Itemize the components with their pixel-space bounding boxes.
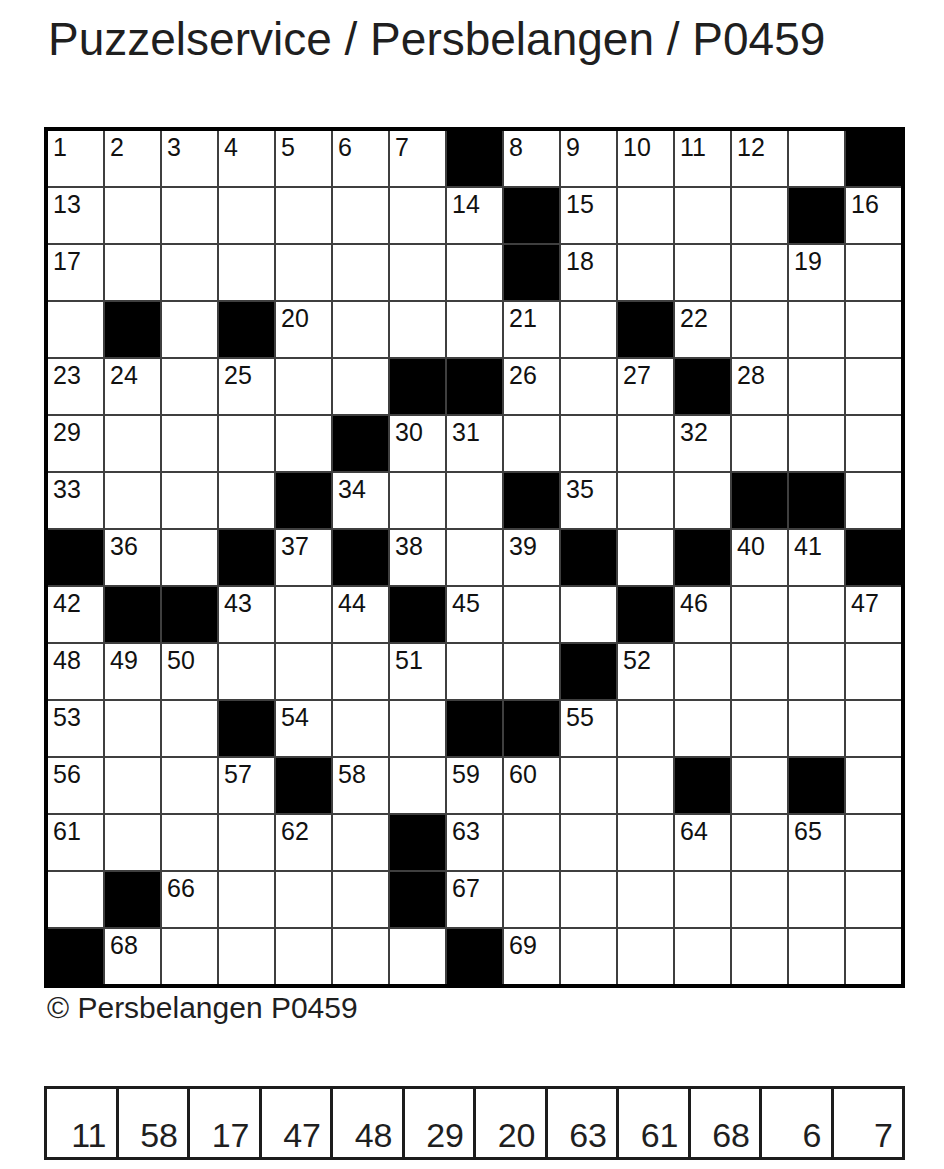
white-cell[interactable]: 33: [48, 473, 103, 528]
white-cell[interactable]: 12: [732, 131, 787, 186]
white-cell[interactable]: [561, 815, 616, 870]
clue-number: 36: [110, 533, 138, 559]
white-cell[interactable]: [846, 644, 901, 699]
white-cell[interactable]: [48, 872, 103, 927]
white-cell[interactable]: [732, 416, 787, 471]
white-cell[interactable]: [732, 929, 787, 984]
white-cell[interactable]: 48: [48, 644, 103, 699]
white-cell[interactable]: 30: [390, 416, 445, 471]
white-cell[interactable]: [618, 872, 673, 927]
white-cell[interactable]: [162, 815, 217, 870]
black-cell: [447, 131, 502, 186]
answer-cell[interactable]: 48: [333, 1089, 402, 1157]
black-cell: [390, 587, 445, 642]
white-cell[interactable]: [276, 359, 331, 414]
white-cell[interactable]: [162, 245, 217, 300]
white-cell[interactable]: 46: [675, 587, 730, 642]
clue-number: 67: [452, 875, 480, 901]
white-cell[interactable]: [504, 815, 559, 870]
white-cell[interactable]: [333, 302, 388, 357]
answer-cell-number: 68: [712, 1118, 750, 1152]
white-cell[interactable]: [447, 473, 502, 528]
clue-number: 32: [680, 419, 708, 445]
white-cell[interactable]: [618, 929, 673, 984]
black-cell: [105, 587, 160, 642]
white-cell[interactable]: 55: [561, 701, 616, 756]
white-cell[interactable]: [846, 473, 901, 528]
black-cell: [48, 929, 103, 984]
white-cell[interactable]: [390, 473, 445, 528]
answer-cell-number: 20: [498, 1118, 536, 1152]
black-cell: [675, 530, 730, 585]
black-cell: [504, 188, 559, 243]
white-cell[interactable]: 23: [48, 359, 103, 414]
black-cell: [675, 758, 730, 813]
clue-number: 25: [224, 362, 252, 388]
answer-cell[interactable]: 58: [119, 1089, 188, 1157]
black-cell: [504, 701, 559, 756]
white-cell[interactable]: 2: [105, 131, 160, 186]
black-cell: [789, 758, 844, 813]
white-cell[interactable]: [618, 416, 673, 471]
white-cell[interactable]: 22: [675, 302, 730, 357]
white-cell[interactable]: 27: [618, 359, 673, 414]
white-cell[interactable]: [789, 929, 844, 984]
white-cell[interactable]: 9: [561, 131, 616, 186]
clue-number: 56: [53, 761, 81, 787]
white-cell[interactable]: 54: [276, 701, 331, 756]
white-cell[interactable]: 37: [276, 530, 331, 585]
clue-number: 21: [509, 305, 537, 331]
white-cell[interactable]: [618, 188, 673, 243]
white-cell[interactable]: [675, 644, 730, 699]
white-cell[interactable]: 41: [789, 530, 844, 585]
black-cell: [333, 416, 388, 471]
black-cell: [561, 644, 616, 699]
clue-number: 1: [53, 134, 67, 160]
clue-number: 37: [281, 533, 309, 559]
white-cell[interactable]: [105, 416, 160, 471]
clue-number: 22: [680, 305, 708, 331]
white-cell[interactable]: 36: [105, 530, 160, 585]
white-cell[interactable]: 61: [48, 815, 103, 870]
white-cell[interactable]: [162, 188, 217, 243]
white-cell[interactable]: [219, 245, 274, 300]
white-cell[interactable]: 59: [447, 758, 502, 813]
white-cell[interactable]: 43: [219, 587, 274, 642]
black-cell: [219, 701, 274, 756]
white-cell[interactable]: 56: [48, 758, 103, 813]
black-cell: [105, 872, 160, 927]
white-cell[interactable]: [219, 872, 274, 927]
white-cell[interactable]: 28: [732, 359, 787, 414]
clue-number: 47: [851, 590, 879, 616]
white-cell[interactable]: [219, 929, 274, 984]
white-cell[interactable]: [447, 644, 502, 699]
white-cell[interactable]: [333, 929, 388, 984]
white-cell[interactable]: [390, 245, 445, 300]
clue-number: 30: [395, 419, 423, 445]
white-cell[interactable]: 1: [48, 131, 103, 186]
white-cell[interactable]: 5: [276, 131, 331, 186]
white-cell[interactable]: 68: [105, 929, 160, 984]
black-cell: [390, 872, 445, 927]
white-cell[interactable]: 38: [390, 530, 445, 585]
white-cell[interactable]: [732, 245, 787, 300]
white-cell[interactable]: 35: [561, 473, 616, 528]
white-cell[interactable]: 40: [732, 530, 787, 585]
white-cell[interactable]: [333, 644, 388, 699]
clue-number: 27: [623, 362, 651, 388]
clue-number: 65: [794, 818, 822, 844]
clue-number: 17: [53, 248, 81, 274]
white-cell[interactable]: [846, 416, 901, 471]
white-cell[interactable]: [276, 587, 331, 642]
white-cell[interactable]: [789, 131, 844, 186]
black-cell: [390, 359, 445, 414]
white-cell[interactable]: [561, 302, 616, 357]
white-cell[interactable]: [162, 473, 217, 528]
black-cell: [504, 245, 559, 300]
white-cell[interactable]: 24: [105, 359, 160, 414]
clue-number: 41: [794, 533, 822, 559]
white-cell[interactable]: [846, 701, 901, 756]
white-cell[interactable]: [390, 302, 445, 357]
white-cell[interactable]: [675, 473, 730, 528]
clue-number: 6: [338, 134, 352, 160]
white-cell[interactable]: 26: [504, 359, 559, 414]
white-cell[interactable]: 18: [561, 245, 616, 300]
black-cell: [390, 815, 445, 870]
white-cell[interactable]: [618, 701, 673, 756]
white-cell[interactable]: [162, 530, 217, 585]
white-cell[interactable]: 45: [447, 587, 502, 642]
black-cell: [276, 758, 331, 813]
answer-cell[interactable]: 47: [262, 1089, 331, 1157]
white-cell[interactable]: [276, 644, 331, 699]
clue-number: 58: [338, 761, 366, 787]
answer-cell[interactable]: 20: [476, 1089, 545, 1157]
white-cell[interactable]: [618, 473, 673, 528]
white-cell[interactable]: [276, 416, 331, 471]
clue-number: 19: [794, 248, 822, 274]
white-cell[interactable]: 51: [390, 644, 445, 699]
white-cell[interactable]: 39: [504, 530, 559, 585]
white-cell[interactable]: [504, 587, 559, 642]
clue-number: 66: [167, 875, 195, 901]
white-cell[interactable]: 49: [105, 644, 160, 699]
white-cell[interactable]: [105, 758, 160, 813]
white-cell[interactable]: [333, 245, 388, 300]
clue-number: 4: [224, 134, 238, 160]
white-cell[interactable]: [48, 302, 103, 357]
clue-number: 39: [509, 533, 537, 559]
answer-cell-number: 11: [71, 1118, 106, 1152]
white-cell[interactable]: [789, 587, 844, 642]
white-cell[interactable]: [390, 929, 445, 984]
black-cell: [618, 302, 673, 357]
white-cell[interactable]: [561, 359, 616, 414]
white-cell[interactable]: [732, 587, 787, 642]
clue-number: 34: [338, 476, 366, 502]
answer-cell[interactable]: 6: [762, 1089, 831, 1157]
clue-number: 2: [110, 134, 124, 160]
white-cell[interactable]: 6: [333, 131, 388, 186]
white-cell[interactable]: 64: [675, 815, 730, 870]
white-cell[interactable]: [219, 644, 274, 699]
clue-number: 45: [452, 590, 480, 616]
clue-number: 24: [110, 362, 138, 388]
white-cell[interactable]: [105, 245, 160, 300]
black-cell: [447, 359, 502, 414]
white-cell[interactable]: [105, 701, 160, 756]
black-cell: [219, 302, 274, 357]
white-cell[interactable]: [732, 302, 787, 357]
clue-number: 38: [395, 533, 423, 559]
white-cell[interactable]: [846, 359, 901, 414]
white-cell[interactable]: [276, 929, 331, 984]
white-cell[interactable]: [732, 758, 787, 813]
white-cell[interactable]: [618, 530, 673, 585]
clue-number: 29: [53, 419, 81, 445]
white-cell[interactable]: 16: [846, 188, 901, 243]
clue-number: 51: [395, 647, 423, 673]
clue-number: 15: [566, 191, 594, 217]
white-cell[interactable]: [504, 416, 559, 471]
white-cell[interactable]: [447, 530, 502, 585]
white-cell[interactable]: 10: [618, 131, 673, 186]
white-cell[interactable]: 67: [447, 872, 502, 927]
white-cell[interactable]: [846, 815, 901, 870]
white-cell[interactable]: [675, 245, 730, 300]
white-cell[interactable]: [333, 188, 388, 243]
white-cell[interactable]: [675, 188, 730, 243]
white-cell[interactable]: 21: [504, 302, 559, 357]
white-cell[interactable]: [219, 473, 274, 528]
clue-number: 33: [53, 476, 81, 502]
clue-number: 50: [167, 647, 195, 673]
white-cell[interactable]: [333, 701, 388, 756]
white-cell[interactable]: [390, 758, 445, 813]
white-cell[interactable]: 34: [333, 473, 388, 528]
white-cell[interactable]: 57: [219, 758, 274, 813]
answer-cell-number: 63: [569, 1118, 607, 1152]
white-cell[interactable]: [846, 872, 901, 927]
white-cell[interactable]: 63: [447, 815, 502, 870]
white-cell[interactable]: [561, 758, 616, 813]
white-cell[interactable]: [732, 644, 787, 699]
clue-number: 43: [224, 590, 252, 616]
white-cell[interactable]: [846, 245, 901, 300]
answer-strip: 1158174748292063616867: [44, 1086, 905, 1160]
clue-number: 9: [566, 134, 580, 160]
black-cell: [447, 701, 502, 756]
white-cell[interactable]: 47: [846, 587, 901, 642]
white-cell[interactable]: 58: [333, 758, 388, 813]
clue-number: 49: [110, 647, 138, 673]
white-cell[interactable]: 60: [504, 758, 559, 813]
white-cell[interactable]: [732, 872, 787, 927]
white-cell[interactable]: [105, 815, 160, 870]
white-cell[interactable]: [333, 872, 388, 927]
white-cell[interactable]: [162, 416, 217, 471]
white-cell[interactable]: [162, 758, 217, 813]
white-cell[interactable]: 13: [48, 188, 103, 243]
answer-cell[interactable]: 11: [47, 1089, 116, 1157]
white-cell[interactable]: [504, 644, 559, 699]
answer-cell-number: 6: [803, 1118, 822, 1152]
clue-number: 7: [395, 134, 409, 160]
black-cell: [789, 188, 844, 243]
white-cell[interactable]: 52: [618, 644, 673, 699]
white-cell[interactable]: [789, 302, 844, 357]
white-cell[interactable]: [504, 872, 559, 927]
clue-number: 60: [509, 761, 537, 787]
black-cell: [48, 530, 103, 585]
white-cell[interactable]: [675, 872, 730, 927]
white-cell[interactable]: [162, 929, 217, 984]
white-cell[interactable]: 65: [789, 815, 844, 870]
white-cell[interactable]: [390, 701, 445, 756]
white-cell[interactable]: [276, 188, 331, 243]
clue-number: 59: [452, 761, 480, 787]
white-cell[interactable]: 7: [390, 131, 445, 186]
copyright-line: © Persbelangen P0459: [47, 991, 358, 1024]
white-cell[interactable]: 25: [219, 359, 274, 414]
black-cell: [276, 473, 331, 528]
white-cell[interactable]: [618, 245, 673, 300]
answer-cell-number: 29: [426, 1118, 464, 1152]
white-cell[interactable]: [333, 359, 388, 414]
white-cell[interactable]: [789, 644, 844, 699]
clue-number: 57: [224, 761, 252, 787]
white-cell[interactable]: [618, 815, 673, 870]
white-cell[interactable]: [561, 587, 616, 642]
answer-cell-number: 58: [140, 1118, 178, 1152]
clue-number: 53: [53, 704, 81, 730]
white-cell[interactable]: 69: [504, 929, 559, 984]
white-cell[interactable]: [789, 359, 844, 414]
white-cell[interactable]: 19: [789, 245, 844, 300]
answer-cell[interactable]: 63: [548, 1089, 617, 1157]
white-cell[interactable]: 32: [675, 416, 730, 471]
clue-number: 8: [509, 134, 523, 160]
clue-number: 40: [737, 533, 765, 559]
clue-number: 42: [53, 590, 81, 616]
answer-cell[interactable]: 61: [619, 1089, 688, 1157]
white-cell[interactable]: [105, 473, 160, 528]
clue-number: 13: [53, 191, 81, 217]
white-cell[interactable]: [447, 245, 502, 300]
white-cell[interactable]: [162, 701, 217, 756]
white-cell[interactable]: [846, 302, 901, 357]
white-cell[interactable]: 8: [504, 131, 559, 186]
white-cell[interactable]: [618, 758, 673, 813]
white-cell[interactable]: [675, 701, 730, 756]
answer-cell-number: 48: [355, 1118, 393, 1152]
white-cell[interactable]: 20: [276, 302, 331, 357]
clue-number: 35: [566, 476, 594, 502]
answer-cell[interactable]: 68: [691, 1089, 760, 1157]
white-cell[interactable]: 66: [162, 872, 217, 927]
black-cell: [846, 131, 901, 186]
page-title: Puzzelservice / Persbelangen / P0459: [48, 14, 825, 65]
white-cell[interactable]: [675, 929, 730, 984]
white-cell[interactable]: 14: [447, 188, 502, 243]
white-cell[interactable]: [162, 302, 217, 357]
white-cell[interactable]: [447, 302, 502, 357]
clue-number: 55: [566, 704, 594, 730]
white-cell[interactable]: [561, 872, 616, 927]
white-cell[interactable]: [219, 188, 274, 243]
clue-number: 23: [53, 362, 81, 388]
clue-number: 31: [452, 419, 480, 445]
white-cell[interactable]: [789, 872, 844, 927]
white-cell[interactable]: [789, 416, 844, 471]
white-cell[interactable]: [846, 758, 901, 813]
white-cell[interactable]: 15: [561, 188, 616, 243]
white-cell[interactable]: [333, 815, 388, 870]
white-cell[interactable]: [105, 188, 160, 243]
white-cell[interactable]: 4: [219, 131, 274, 186]
answer-cell[interactable]: 29: [405, 1089, 474, 1157]
clue-number: 14: [452, 191, 480, 217]
white-cell[interactable]: [276, 872, 331, 927]
answer-cell[interactable]: 7: [834, 1089, 903, 1157]
white-cell[interactable]: [561, 929, 616, 984]
white-cell[interactable]: 29: [48, 416, 103, 471]
clue-number: 10: [623, 134, 651, 160]
answer-cell[interactable]: 17: [190, 1089, 259, 1157]
white-cell[interactable]: 42: [48, 587, 103, 642]
clue-number: 44: [338, 590, 366, 616]
black-cell: [162, 587, 217, 642]
clue-number: 11: [680, 134, 706, 160]
clue-number: 5: [281, 134, 295, 160]
answer-cell-number: 17: [212, 1118, 250, 1152]
clue-number: 48: [53, 647, 81, 673]
clue-number: 20: [281, 305, 309, 331]
clue-number: 28: [737, 362, 765, 388]
answer-cell-number: 7: [874, 1118, 893, 1152]
white-cell[interactable]: [276, 245, 331, 300]
white-cell[interactable]: 31: [447, 416, 502, 471]
white-cell[interactable]: [789, 701, 844, 756]
white-cell[interactable]: 50: [162, 644, 217, 699]
white-cell[interactable]: [219, 416, 274, 471]
white-cell[interactable]: [561, 416, 616, 471]
white-cell[interactable]: 17: [48, 245, 103, 300]
white-cell[interactable]: [732, 188, 787, 243]
clue-number: 3: [167, 134, 181, 160]
white-cell[interactable]: [162, 359, 217, 414]
white-cell[interactable]: [846, 929, 901, 984]
white-cell[interactable]: 11: [675, 131, 730, 186]
white-cell[interactable]: [219, 815, 274, 870]
white-cell[interactable]: 62: [276, 815, 331, 870]
white-cell[interactable]: 3: [162, 131, 217, 186]
white-cell[interactable]: [390, 188, 445, 243]
clue-number: 54: [281, 704, 309, 730]
black-cell: [675, 359, 730, 414]
clue-number: 16: [851, 191, 879, 217]
white-cell[interactable]: 53: [48, 701, 103, 756]
black-cell: [618, 587, 673, 642]
white-cell[interactable]: [732, 815, 787, 870]
white-cell[interactable]: [732, 701, 787, 756]
white-cell[interactable]: 44: [333, 587, 388, 642]
answer-cell-number: 47: [283, 1118, 321, 1152]
